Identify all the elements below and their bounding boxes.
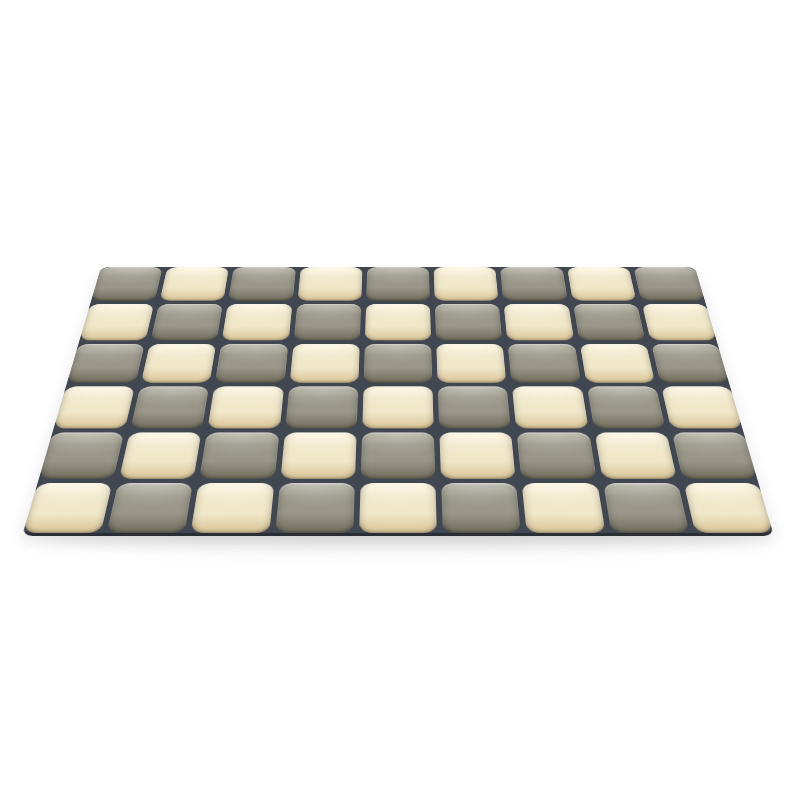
tile-r3c1-gray xyxy=(67,344,145,383)
tile-r2c6-gray xyxy=(435,304,503,340)
tile-r4c7-cream xyxy=(512,386,588,428)
tile-r4c4-gray xyxy=(285,386,358,428)
tile-r1c3-gray xyxy=(229,267,296,301)
tile-r4c2-gray xyxy=(131,386,210,428)
tile-r5c9-gray xyxy=(672,433,757,479)
tile-r4c8-gray xyxy=(587,386,666,428)
tile-r2c1-cream xyxy=(80,304,155,340)
tile-r3c2-cream xyxy=(141,344,216,383)
tile-r3c9-gray xyxy=(651,344,729,383)
tile-r3c7-gray xyxy=(508,344,581,383)
tile-r1c5-gray xyxy=(366,267,430,301)
tile-r5c3-gray xyxy=(200,433,279,479)
tile-r2c7-cream xyxy=(504,304,574,340)
tile-r1c2-cream xyxy=(160,267,229,301)
tile-r6c8-gray xyxy=(603,483,689,533)
tile-r1c6-cream xyxy=(434,267,499,301)
tile-r5c7-gray xyxy=(517,433,596,479)
tile-r6c2-gray xyxy=(107,483,193,533)
tile-r6c9-cream xyxy=(683,483,773,533)
tile-r2c2-gray xyxy=(151,304,223,340)
tile-r5c6-cream xyxy=(439,433,515,479)
tile-r3c8-cream xyxy=(579,344,654,383)
product-photo-stage xyxy=(0,0,800,800)
tile-r1c1-gray xyxy=(91,267,163,301)
tile-r1c9-gray xyxy=(633,267,705,301)
tile-r5c1-gray xyxy=(39,433,124,479)
tile-r6c4-gray xyxy=(275,483,355,533)
tile-r2c5-cream xyxy=(365,304,431,340)
tile-r4c9-cream xyxy=(661,386,742,428)
tile-r2c4-gray xyxy=(294,304,362,340)
tile-r3c3-gray xyxy=(215,344,288,383)
tile-r5c5-gray xyxy=(361,433,436,479)
tile-r4c5-cream xyxy=(362,386,434,428)
tile-r6c6-gray xyxy=(441,483,521,533)
tile-r3c6-cream xyxy=(436,344,506,383)
tile-r6c5-cream xyxy=(359,483,437,533)
tile-r4c1-cream xyxy=(54,386,135,428)
tile-r6c1-cream xyxy=(23,483,113,533)
tile-r2c3-cream xyxy=(222,304,292,340)
tile-r1c4-cream xyxy=(297,267,362,301)
tile-r5c2-cream xyxy=(119,433,201,479)
checkerboard-mat xyxy=(22,267,774,536)
tile-r4c3-cream xyxy=(208,386,284,428)
tile-r5c8-cream xyxy=(594,433,676,479)
tile-r1c8-cream xyxy=(567,267,636,301)
tile-r1c7-gray xyxy=(500,267,567,301)
tile-r6c3-cream xyxy=(191,483,274,533)
tile-r5c4-cream xyxy=(280,433,356,479)
tile-r3c5-gray xyxy=(364,344,433,383)
tile-r6c7-cream xyxy=(522,483,605,533)
tile-r3c4-cream xyxy=(289,344,359,383)
tile-r2c9-cream xyxy=(642,304,717,340)
tile-r4c6-gray xyxy=(438,386,511,428)
tile-r2c8-gray xyxy=(573,304,645,340)
